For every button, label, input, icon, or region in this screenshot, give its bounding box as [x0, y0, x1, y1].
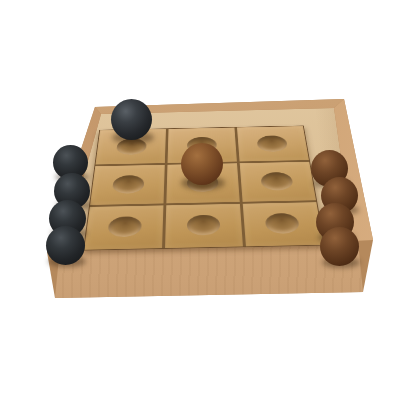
- cell-r1c3[interactable]: [237, 126, 309, 162]
- recess: [187, 215, 220, 236]
- black-ball-on-board-r1c1[interactable]: [111, 99, 152, 140]
- brown-reserve-ball-4[interactable]: [320, 227, 359, 266]
- recess: [265, 213, 301, 234]
- cell-r3c1[interactable]: [84, 205, 163, 250]
- recess: [107, 216, 142, 237]
- cell-r2c3[interactable]: [240, 162, 316, 202]
- recess: [256, 135, 288, 152]
- cell-r2c1[interactable]: [90, 165, 165, 205]
- cell-r3c3[interactable]: [243, 202, 324, 246]
- product-photo-stage: [0, 0, 400, 400]
- recess: [260, 172, 293, 191]
- recess: [112, 175, 145, 194]
- brown-ball-on-board-r2c2[interactable]: [181, 143, 223, 185]
- black-reserve-ball-4[interactable]: [46, 226, 85, 265]
- cell-r3c2[interactable]: [165, 204, 243, 249]
